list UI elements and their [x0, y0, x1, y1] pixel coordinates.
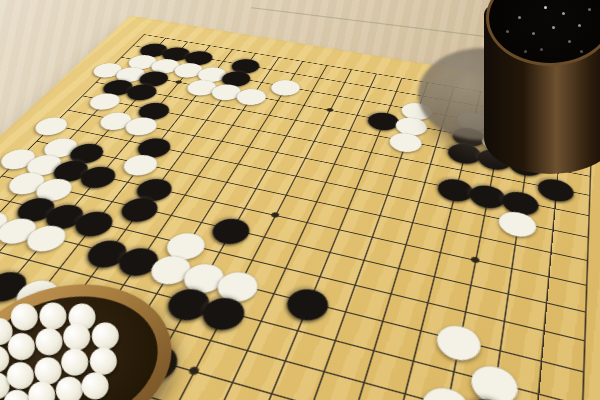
- black-stone-bowl: [484, 0, 600, 176]
- black-stone[interactable]: ●: [285, 285, 332, 321]
- white-stone[interactable]: ●: [389, 130, 424, 152]
- go-scene: ●●●●●●●●●●●●●●●●●●●●●●●●●●●●●●●●●●●●●●●●…: [0, 0, 600, 400]
- black-stone[interactable]: ●: [200, 293, 250, 330]
- black-stone[interactable]: ●: [539, 176, 574, 202]
- white-stone[interactable]: ●: [499, 208, 536, 237]
- black-stones-glints: [544, 6, 547, 9]
- white-stone[interactable]: ●: [421, 382, 471, 400]
- black-stone[interactable]: ●: [465, 393, 514, 400]
- white-stone[interactable]: ●: [235, 87, 270, 106]
